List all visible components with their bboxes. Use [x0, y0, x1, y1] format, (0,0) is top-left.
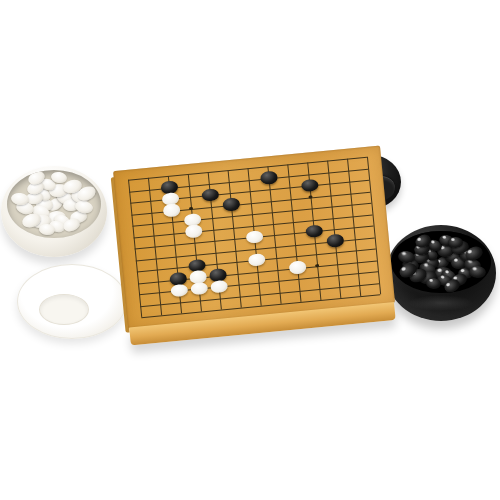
star-point — [189, 207, 193, 210]
star-point — [308, 195, 312, 198]
black-bowl-sheen — [408, 295, 474, 311]
white-stone — [245, 230, 263, 244]
white-stone — [288, 261, 306, 275]
black-stone — [326, 234, 344, 248]
go-board — [113, 146, 397, 348]
white-stone — [184, 224, 202, 238]
white-lid-knob — [39, 294, 89, 325]
black-stone-bowl — [384, 223, 498, 324]
scene — [0, 0, 500, 500]
black-bowl-opening — [391, 231, 491, 293]
board-grid — [113, 146, 395, 329]
white-stone — [247, 253, 265, 267]
black-stone — [259, 171, 277, 185]
white-stone — [170, 283, 188, 297]
white-stone-bowl — [0, 163, 110, 260]
white-stone — [162, 203, 180, 217]
star-point — [315, 264, 319, 267]
white-stone — [210, 280, 228, 294]
bowl-black-stone — [469, 265, 487, 278]
black-stone — [222, 198, 240, 212]
white-bowl-opening — [7, 170, 101, 238]
white-stone — [190, 282, 208, 296]
black-stone — [300, 178, 318, 192]
white-bowl-lid — [17, 264, 127, 339]
black-stone — [305, 224, 323, 238]
black-stone — [201, 188, 219, 202]
